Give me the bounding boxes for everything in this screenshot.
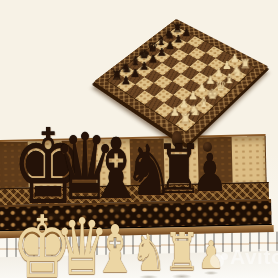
black-pawn: ♟ [130,68,140,79]
white-rook: ♜ [179,111,192,125]
watermark-logo-circle-icon [221,253,228,260]
black-pawn: ♟ [165,40,174,50]
black-pawn: ♟ [121,75,131,86]
board-grid: ♜♟♟♜♞♟♟♞♝♟♟♝♛♟♟♛♚♟♟♚♝♟♟♝♞♟♟♞♜♟♟♜ [108,27,255,132]
white-knight: ♞ [132,228,167,278]
black-pawn: ♟ [139,60,149,71]
watermark-text: Avito [230,245,278,269]
avito-watermark: Avito [210,245,278,269]
chess-set-photo: ♜♟♟♜♞♟♟♞♝♟♟♝♛♟♟♛♚♟♟♚♝♟♟♝♞♟♟♞♜♟♟♜ ♚ ♛ ♝ ♞… [0,0,278,278]
black-pawn: ♟ [174,34,183,44]
black-pawn: ♟ [148,53,158,64]
white-rook: ♜ [164,226,200,278]
black-pawn: ♟ [192,147,228,199]
black-pawn: ♟ [157,47,167,58]
